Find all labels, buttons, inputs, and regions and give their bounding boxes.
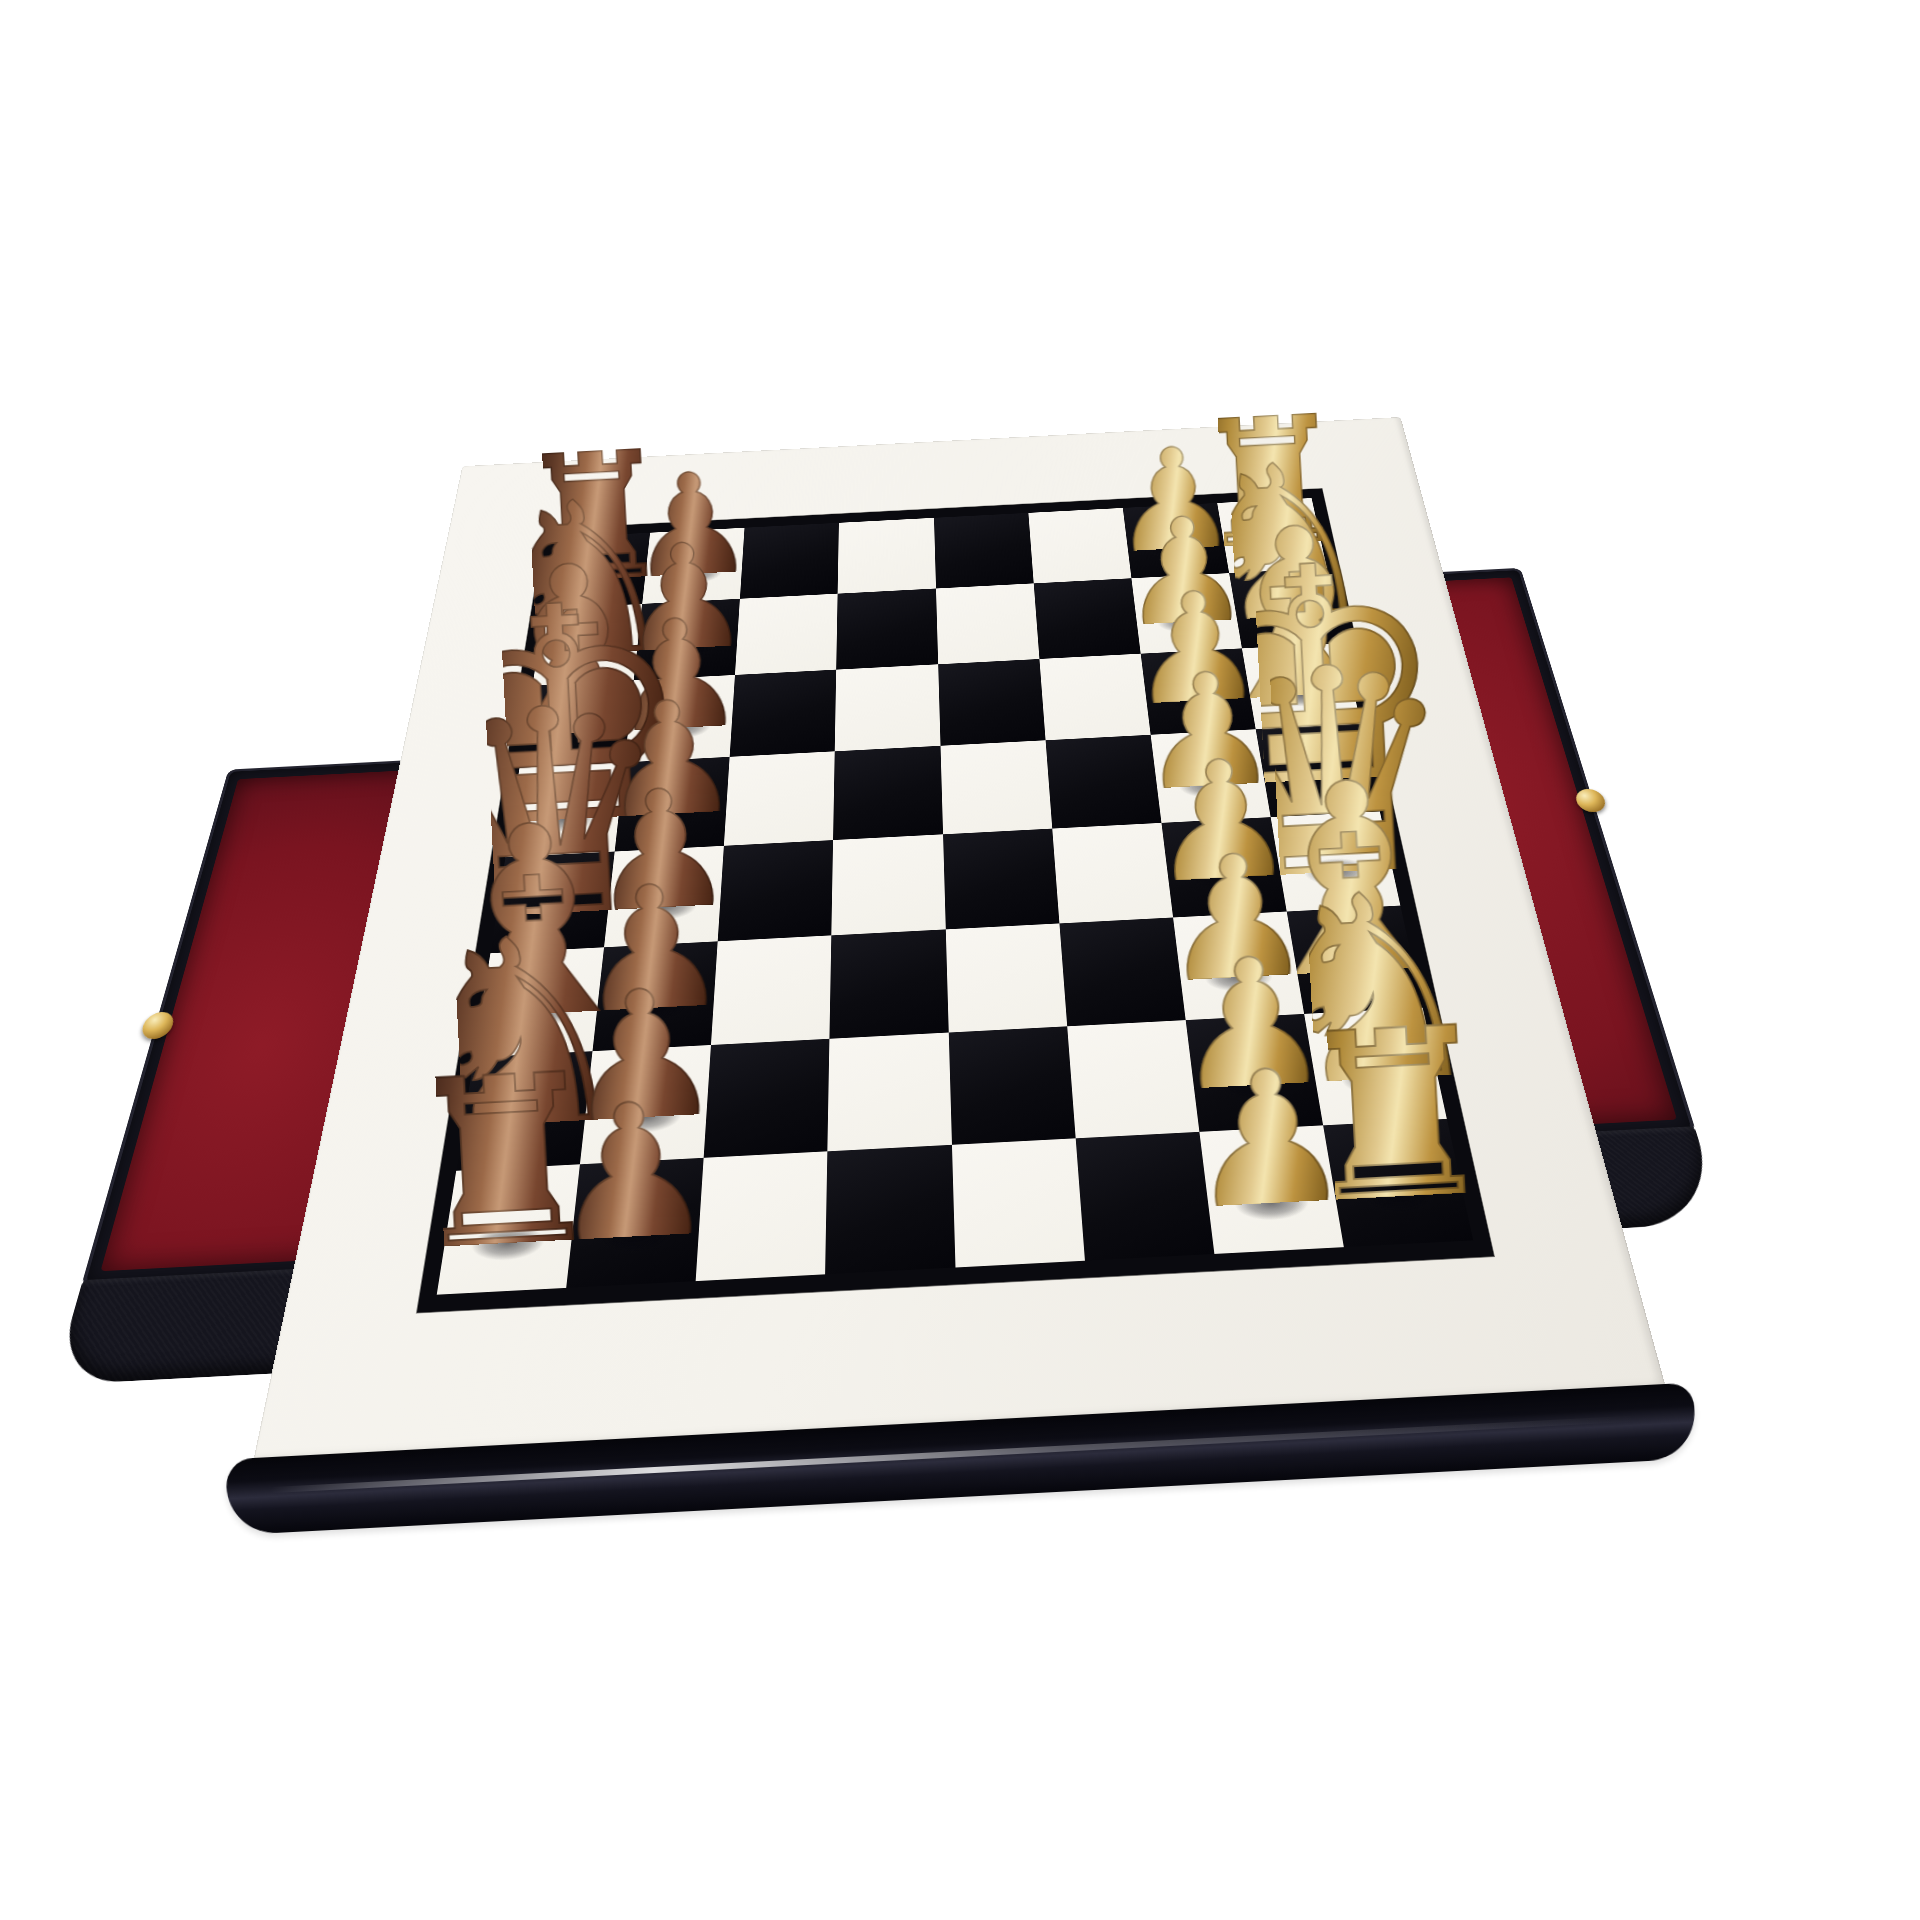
square xyxy=(934,513,1034,589)
chess-board: ♜♞♝♚♛♝♞♜♟♟♟♟♟♟♟♟♟♟♟♟♟♟♟♟♜♞♝♚♛♝♞♜ xyxy=(253,417,1666,1462)
square xyxy=(828,1032,952,1151)
square xyxy=(456,1051,592,1171)
square xyxy=(437,1164,580,1294)
square xyxy=(1075,1132,1214,1261)
square xyxy=(1323,1119,1473,1247)
square xyxy=(1052,823,1173,924)
square xyxy=(940,741,1052,834)
square xyxy=(735,594,838,675)
square xyxy=(490,851,614,953)
square xyxy=(825,1145,955,1275)
square xyxy=(593,941,718,1051)
square xyxy=(474,947,604,1057)
square xyxy=(604,845,724,947)
square xyxy=(835,664,940,751)
square xyxy=(544,533,650,609)
chess-scene: ♜♞♝♚♛♝♞♜♟♟♟♟♟♟♟♟♟♟♟♟♟♟♟♟♜♞♝♚♛♝♞♜ xyxy=(0,0,1920,1920)
left-drawer-front-panel xyxy=(53,1259,478,1385)
square xyxy=(948,1026,1075,1145)
square xyxy=(830,929,949,1038)
square xyxy=(566,1158,704,1288)
square xyxy=(1028,508,1131,584)
square xyxy=(1059,917,1185,1026)
square xyxy=(1287,905,1423,1013)
square xyxy=(519,680,633,768)
square xyxy=(952,1138,1085,1267)
square xyxy=(832,834,946,935)
square xyxy=(506,763,625,857)
square xyxy=(1217,498,1327,573)
square xyxy=(943,828,1059,929)
square xyxy=(740,523,839,599)
square xyxy=(1039,654,1150,741)
square xyxy=(838,518,936,594)
square xyxy=(836,589,937,670)
square xyxy=(1229,568,1343,648)
product-photo-page: { "game": "chess", "scene_description": … xyxy=(0,0,1920,1920)
square xyxy=(615,757,730,851)
square xyxy=(1304,1007,1447,1125)
square xyxy=(696,1151,828,1281)
square xyxy=(730,670,837,757)
square xyxy=(711,935,831,1045)
square xyxy=(936,583,1040,664)
square xyxy=(1067,1020,1199,1138)
square xyxy=(1141,649,1256,735)
square xyxy=(945,923,1067,1032)
square xyxy=(833,746,942,840)
square xyxy=(1123,503,1229,578)
square xyxy=(1242,643,1361,729)
square xyxy=(1270,811,1400,911)
square xyxy=(634,599,740,681)
square xyxy=(1256,724,1380,817)
square xyxy=(1185,1014,1323,1132)
square xyxy=(1045,735,1161,828)
square xyxy=(718,840,833,941)
square xyxy=(938,659,1045,746)
square xyxy=(532,604,642,686)
square xyxy=(1131,573,1242,654)
square xyxy=(625,675,735,762)
square xyxy=(1161,817,1286,917)
square xyxy=(704,1039,830,1158)
square xyxy=(1033,578,1140,659)
square xyxy=(580,1045,711,1164)
square xyxy=(1150,729,1270,822)
square xyxy=(642,528,744,604)
square xyxy=(1199,1125,1344,1254)
square xyxy=(724,752,835,846)
checkerboard xyxy=(417,489,1494,1313)
square xyxy=(1173,911,1304,1020)
